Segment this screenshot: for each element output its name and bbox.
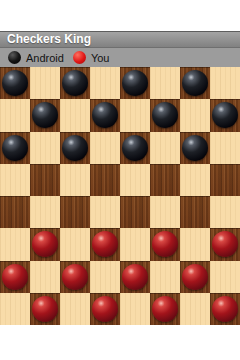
red-piece[interactable] [32, 296, 58, 322]
square-r4c6[interactable] [180, 196, 210, 228]
square-r0c6[interactable] [180, 67, 210, 99]
square-r5c2 [60, 228, 90, 260]
square-r1c1[interactable] [30, 99, 60, 131]
square-r1c2 [60, 99, 90, 131]
black-piece[interactable] [212, 102, 238, 128]
square-r1c3[interactable] [90, 99, 120, 131]
checkers-board [0, 67, 240, 325]
square-r3c3[interactable] [90, 164, 120, 196]
black-piece[interactable] [92, 102, 118, 128]
black-piece[interactable] [122, 70, 148, 96]
square-r7c5[interactable] [150, 293, 180, 325]
red-piece[interactable] [152, 231, 178, 257]
bottom-margin [0, 325, 240, 360]
square-r6c3 [90, 261, 120, 293]
square-r0c1 [30, 67, 60, 99]
square-r2c4[interactable] [120, 132, 150, 164]
square-r0c4[interactable] [120, 67, 150, 99]
square-r6c4[interactable] [120, 261, 150, 293]
square-r7c0 [0, 293, 30, 325]
black-piece[interactable] [182, 135, 208, 161]
square-r5c3[interactable] [90, 228, 120, 260]
square-r6c6[interactable] [180, 261, 210, 293]
top-margin [0, 0, 240, 31]
square-r7c6 [180, 293, 210, 325]
square-r6c7 [210, 261, 240, 293]
black-piece[interactable] [62, 135, 88, 161]
black-piece[interactable] [62, 70, 88, 96]
square-r6c1 [30, 261, 60, 293]
red-piece[interactable] [182, 264, 208, 290]
red-piece[interactable] [122, 264, 148, 290]
square-r4c7 [210, 196, 240, 228]
square-r3c4 [120, 164, 150, 196]
square-r2c3 [90, 132, 120, 164]
square-r4c5 [150, 196, 180, 228]
square-r3c0 [0, 164, 30, 196]
square-r5c1[interactable] [30, 228, 60, 260]
black-piece[interactable] [122, 135, 148, 161]
red-piece[interactable] [32, 231, 58, 257]
square-r7c4 [120, 293, 150, 325]
square-r4c4[interactable] [120, 196, 150, 228]
you-label: You [91, 52, 110, 64]
square-r3c7[interactable] [210, 164, 240, 196]
square-r2c5 [150, 132, 180, 164]
square-r6c0[interactable] [0, 261, 30, 293]
square-r3c6 [180, 164, 210, 196]
square-r1c7[interactable] [210, 99, 240, 131]
square-r1c6 [180, 99, 210, 131]
square-r1c0 [0, 99, 30, 131]
square-r4c1 [30, 196, 60, 228]
square-r7c1[interactable] [30, 293, 60, 325]
app-title: Checkers King [7, 32, 91, 47]
square-r6c2[interactable] [60, 261, 90, 293]
square-r2c7 [210, 132, 240, 164]
square-r1c5[interactable] [150, 99, 180, 131]
red-piece[interactable] [212, 296, 238, 322]
black-piece[interactable] [32, 102, 58, 128]
red-piece[interactable] [62, 264, 88, 290]
square-r1c4 [120, 99, 150, 131]
square-r5c4 [120, 228, 150, 260]
square-r0c0[interactable] [0, 67, 30, 99]
square-r2c1 [30, 132, 60, 164]
square-r0c2[interactable] [60, 67, 90, 99]
black-piece[interactable] [182, 70, 208, 96]
square-r5c5[interactable] [150, 228, 180, 260]
square-r0c3 [90, 67, 120, 99]
legend-bar: Android You [0, 48, 240, 67]
red-piece[interactable] [212, 231, 238, 257]
red-piece[interactable] [92, 231, 118, 257]
square-r2c2[interactable] [60, 132, 90, 164]
black-piece[interactable] [2, 135, 28, 161]
screen: Checkers King Android You [0, 0, 240, 360]
android-piece-icon [8, 51, 21, 64]
square-r0c7 [210, 67, 240, 99]
square-r4c3 [90, 196, 120, 228]
square-r2c6[interactable] [180, 132, 210, 164]
square-r5c7[interactable] [210, 228, 240, 260]
square-r6c5 [150, 261, 180, 293]
red-piece[interactable] [92, 296, 118, 322]
square-r3c5[interactable] [150, 164, 180, 196]
black-piece[interactable] [2, 70, 28, 96]
title-bar: Checkers King [0, 31, 240, 48]
square-r5c6 [180, 228, 210, 260]
red-piece[interactable] [2, 264, 28, 290]
android-label: Android [26, 52, 64, 64]
square-r3c2 [60, 164, 90, 196]
square-r4c0[interactable] [0, 196, 30, 228]
square-r7c2 [60, 293, 90, 325]
square-r7c7[interactable] [210, 293, 240, 325]
red-piece[interactable] [152, 296, 178, 322]
square-r4c2[interactable] [60, 196, 90, 228]
square-r5c0 [0, 228, 30, 260]
square-r3c1[interactable] [30, 164, 60, 196]
square-r0c5 [150, 67, 180, 99]
you-piece-icon [73, 51, 86, 64]
square-r7c3[interactable] [90, 293, 120, 325]
square-r2c0[interactable] [0, 132, 30, 164]
black-piece[interactable] [152, 102, 178, 128]
